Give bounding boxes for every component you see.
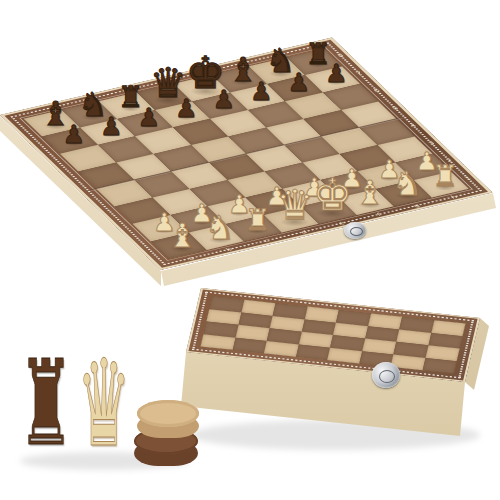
box-checker-top <box>201 296 466 373</box>
box-square <box>327 347 362 363</box>
box-shadow <box>190 420 480 450</box>
open-chess-board: abcdefgh 87654321 <box>0 38 492 270</box>
checker-light-disc-top <box>137 400 199 427</box>
box-square <box>232 337 267 353</box>
product-photo-chess-set: abcdefgh 87654321 ♜♞♝♟♚♟♛♟♜♟♞♟♝♟♟♟♟♟♟♜♟♞… <box>0 0 500 500</box>
board-latch <box>344 222 366 239</box>
box-square <box>264 341 299 357</box>
box-latch <box>372 362 400 388</box>
board-grid <box>24 49 469 259</box>
loose-light-queen-piece: ♛ <box>77 344 131 464</box>
box-square <box>296 344 331 360</box>
closed-chess-box <box>186 288 480 382</box>
loose-dark-rook-piece: ♜ <box>18 344 73 462</box>
box-square <box>422 358 457 374</box>
box-square <box>201 334 236 350</box>
